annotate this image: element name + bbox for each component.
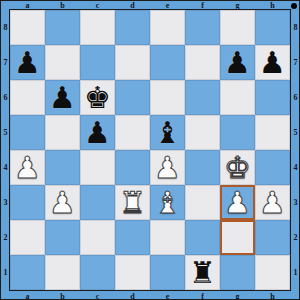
square-f2[interactable] (185, 220, 220, 255)
square-d6[interactable] (115, 80, 150, 115)
square-g4[interactable]: ♚ (220, 150, 255, 185)
piece-white-pawn-e4[interactable]: ♟ (154, 150, 181, 185)
square-e5[interactable]: ♝ (150, 115, 185, 150)
file-label-top-e: e (150, 1, 185, 10)
file-label-bottom-b: b (45, 292, 80, 300)
rank-label-left-5: 5 (1, 115, 10, 150)
file-label-bottom-e: e (150, 292, 185, 300)
square-g1[interactable] (220, 255, 255, 290)
black-to-move-indicator (291, 3, 297, 9)
file-label-top-d: d (115, 1, 150, 10)
square-b5[interactable] (45, 115, 80, 150)
rank-label-left-8: 8 (1, 10, 10, 45)
square-d2[interactable] (115, 220, 150, 255)
file-label-top-g: g (220, 1, 255, 10)
rank-label-right-2: 2 (291, 220, 300, 255)
square-a7[interactable]: ♟ (10, 45, 45, 80)
square-d8[interactable] (115, 10, 150, 45)
square-a4[interactable]: ♟ (10, 150, 45, 185)
file-label-top-b: b (45, 1, 80, 10)
square-a3[interactable] (10, 185, 45, 220)
square-d3[interactable]: ♜ (115, 185, 150, 220)
square-c6[interactable]: ♚ (80, 80, 115, 115)
piece-white-pawn-g3[interactable]: ♟ (224, 185, 251, 220)
square-g8[interactable] (220, 10, 255, 45)
chess-board: ♟♟♟♟♚♟♝♟♟♚♟♜♝♟♟♜ (9, 9, 291, 291)
square-h5[interactable] (255, 115, 290, 150)
square-e7[interactable] (150, 45, 185, 80)
file-label-top-a: a (10, 1, 45, 10)
square-d4[interactable] (115, 150, 150, 185)
square-f6[interactable] (185, 80, 220, 115)
rank-label-right-7: 7 (291, 45, 300, 80)
rank-label-left-1: 1 (1, 255, 10, 290)
square-b1[interactable] (45, 255, 80, 290)
square-e6[interactable] (150, 80, 185, 115)
piece-black-bishop-e5[interactable]: ♝ (154, 115, 181, 150)
rank-label-right-8: 8 (291, 10, 300, 45)
square-c3[interactable] (80, 185, 115, 220)
square-h3[interactable]: ♟ (255, 185, 290, 220)
rank-label-left-6: 6 (1, 80, 10, 115)
square-g3[interactable]: ♟ (220, 185, 255, 220)
piece-white-pawn-a4[interactable]: ♟ (14, 150, 41, 185)
square-b8[interactable] (45, 10, 80, 45)
square-e2[interactable] (150, 220, 185, 255)
file-label-bottom-g: g (220, 292, 255, 300)
square-e8[interactable] (150, 10, 185, 45)
square-a2[interactable] (10, 220, 45, 255)
file-label-top-f: f (185, 1, 220, 10)
piece-black-rook-f1[interactable]: ♜ (189, 255, 216, 290)
piece-black-pawn-a7[interactable]: ♟ (14, 45, 41, 80)
square-d5[interactable] (115, 115, 150, 150)
square-c2[interactable] (80, 220, 115, 255)
file-label-top-h: h (255, 1, 290, 10)
piece-black-pawn-h7[interactable]: ♟ (259, 45, 286, 80)
square-e4[interactable]: ♟ (150, 150, 185, 185)
square-c7[interactable] (80, 45, 115, 80)
square-f1[interactable]: ♜ (185, 255, 220, 290)
rank-label-right-6: 6 (291, 80, 300, 115)
rank-label-right-3: 3 (291, 185, 300, 220)
square-f4[interactable] (185, 150, 220, 185)
square-h1[interactable] (255, 255, 290, 290)
square-d7[interactable] (115, 45, 150, 80)
file-label-top-c: c (80, 1, 115, 10)
square-h6[interactable] (255, 80, 290, 115)
file-label-bottom-h: h (255, 292, 290, 300)
rank-label-right-1: 1 (291, 255, 300, 290)
square-h2[interactable] (255, 220, 290, 255)
file-label-bottom-c: c (80, 292, 115, 300)
piece-white-king-g4[interactable]: ♚ (224, 150, 251, 185)
square-c5[interactable]: ♟ (80, 115, 115, 150)
piece-white-bishop-e3[interactable]: ♝ (154, 185, 181, 220)
square-c8[interactable] (80, 10, 115, 45)
piece-white-pawn-b3[interactable]: ♟ (49, 185, 76, 220)
piece-black-king-c6[interactable]: ♚ (84, 80, 111, 115)
square-f7[interactable] (185, 45, 220, 80)
rank-label-left-4: 4 (1, 150, 10, 185)
square-b4[interactable] (45, 150, 80, 185)
square-a8[interactable] (10, 10, 45, 45)
square-d1[interactable] (115, 255, 150, 290)
square-g5[interactable] (220, 115, 255, 150)
piece-black-pawn-c5[interactable]: ♟ (84, 115, 111, 150)
square-g7[interactable]: ♟ (220, 45, 255, 80)
square-f5[interactable] (185, 115, 220, 150)
rank-label-left-2: 2 (1, 220, 10, 255)
square-e3[interactable]: ♝ (150, 185, 185, 220)
chess-board-frame: ♟♟♟♟♚♟♝♟♟♚♟♜♝♟♟♜ aabbccddeeffgghh8877665… (0, 0, 300, 300)
piece-black-pawn-g7[interactable]: ♟ (224, 45, 251, 80)
rank-label-left-3: 3 (1, 185, 10, 220)
rank-label-left-7: 7 (1, 45, 10, 80)
piece-black-pawn-b6[interactable]: ♟ (49, 80, 76, 115)
rank-label-right-4: 4 (291, 150, 300, 185)
square-a5[interactable] (10, 115, 45, 150)
square-b3[interactable]: ♟ (45, 185, 80, 220)
square-b2[interactable] (45, 220, 80, 255)
square-g2[interactable] (220, 220, 255, 255)
square-h4[interactable] (255, 150, 290, 185)
square-f8[interactable] (185, 10, 220, 45)
square-e1[interactable] (150, 255, 185, 290)
square-b7[interactable] (45, 45, 80, 80)
piece-white-rook-d3[interactable]: ♜ (119, 185, 146, 220)
square-g6[interactable] (220, 80, 255, 115)
file-label-bottom-f: f (185, 292, 220, 300)
file-label-bottom-d: d (115, 292, 150, 300)
square-a1[interactable] (10, 255, 45, 290)
square-c1[interactable] (80, 255, 115, 290)
file-label-bottom-a: a (10, 292, 45, 300)
square-f3[interactable] (185, 185, 220, 220)
square-b6[interactable]: ♟ (45, 80, 80, 115)
square-c4[interactable] (80, 150, 115, 185)
square-h7[interactable]: ♟ (255, 45, 290, 80)
rank-label-right-5: 5 (291, 115, 300, 150)
square-a6[interactable] (10, 80, 45, 115)
piece-white-pawn-h3[interactable]: ♟ (259, 185, 286, 220)
square-h8[interactable] (255, 10, 290, 45)
